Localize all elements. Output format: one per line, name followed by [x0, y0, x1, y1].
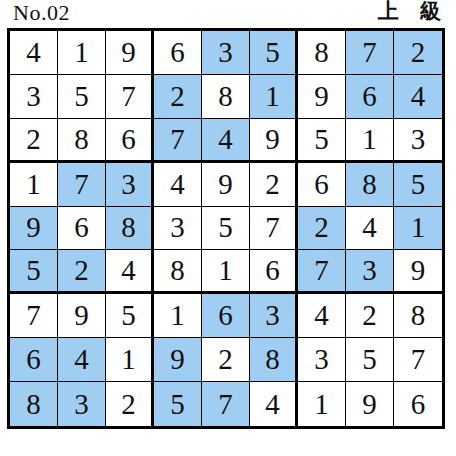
- cell-r6c6[interactable]: 6: [250, 250, 298, 294]
- cell-r2c3[interactable]: 7: [106, 75, 154, 119]
- cell-r8c9[interactable]: 7: [394, 338, 442, 382]
- cell-r1c5[interactable]: 3: [202, 31, 250, 75]
- cell-r1c3[interactable]: 9: [106, 31, 154, 75]
- cell-r8c5[interactable]: 2: [202, 338, 250, 382]
- cell-r2c4[interactable]: 2: [154, 75, 202, 119]
- cell-r5c7[interactable]: 2: [298, 207, 346, 251]
- cell-r9c4[interactable]: 5: [154, 382, 202, 426]
- cell-r9c7[interactable]: 1: [298, 382, 346, 426]
- cell-r4c4[interactable]: 4: [154, 163, 202, 207]
- cell-r8c2[interactable]: 4: [58, 338, 106, 382]
- cell-r3c5[interactable]: 4: [202, 119, 250, 163]
- cell-r5c6[interactable]: 7: [250, 207, 298, 251]
- cell-r8c7[interactable]: 3: [298, 338, 346, 382]
- sudoku-page: No.02 上 級 419635872357281964286749513173…: [0, 0, 456, 456]
- cell-r2c7[interactable]: 9: [298, 75, 346, 119]
- cell-r9c5[interactable]: 7: [202, 382, 250, 426]
- cell-r6c5[interactable]: 1: [202, 250, 250, 294]
- cell-r9c8[interactable]: 9: [346, 382, 394, 426]
- cell-r7c7[interactable]: 4: [298, 294, 346, 338]
- cell-r8c8[interactable]: 5: [346, 338, 394, 382]
- cell-r8c1[interactable]: 6: [10, 338, 58, 382]
- cell-r4c8[interactable]: 8: [346, 163, 394, 207]
- cell-r3c7[interactable]: 5: [298, 119, 346, 163]
- cell-r4c5[interactable]: 9: [202, 163, 250, 207]
- cell-r7c1[interactable]: 7: [10, 294, 58, 338]
- cell-r7c6[interactable]: 3: [250, 294, 298, 338]
- cell-r9c2[interactable]: 3: [58, 382, 106, 426]
- cell-r5c5[interactable]: 5: [202, 207, 250, 251]
- cell-r4c7[interactable]: 6: [298, 163, 346, 207]
- cell-r6c3[interactable]: 4: [106, 250, 154, 294]
- cell-r1c9[interactable]: 2: [394, 31, 442, 75]
- cell-r6c9[interactable]: 9: [394, 250, 442, 294]
- cell-r3c6[interactable]: 9: [250, 119, 298, 163]
- cell-r1c7[interactable]: 8: [298, 31, 346, 75]
- cell-r7c3[interactable]: 5: [106, 294, 154, 338]
- cell-r7c4[interactable]: 1: [154, 294, 202, 338]
- difficulty-label: 上 級: [378, 0, 441, 25]
- cell-r1c8[interactable]: 7: [346, 31, 394, 75]
- cell-r9c9[interactable]: 6: [394, 382, 442, 426]
- cell-r6c8[interactable]: 3: [346, 250, 394, 294]
- cell-r5c4[interactable]: 3: [154, 207, 202, 251]
- cell-r3c9[interactable]: 3: [394, 119, 442, 163]
- cell-r6c2[interactable]: 2: [58, 250, 106, 294]
- cell-r8c6[interactable]: 8: [250, 338, 298, 382]
- header: No.02 上 級: [0, 0, 456, 28]
- cell-r2c1[interactable]: 3: [10, 75, 58, 119]
- cell-r6c4[interactable]: 8: [154, 250, 202, 294]
- cell-r1c2[interactable]: 1: [58, 31, 106, 75]
- cell-r4c3[interactable]: 3: [106, 163, 154, 207]
- puzzle-number-label: No.02: [13, 0, 70, 26]
- cell-r3c3[interactable]: 6: [106, 119, 154, 163]
- cell-r9c1[interactable]: 8: [10, 382, 58, 426]
- cell-r5c9[interactable]: 1: [394, 207, 442, 251]
- cell-r7c2[interactable]: 9: [58, 294, 106, 338]
- cell-r2c6[interactable]: 1: [250, 75, 298, 119]
- cell-r7c9[interactable]: 8: [394, 294, 442, 338]
- cell-r2c5[interactable]: 8: [202, 75, 250, 119]
- cell-r3c2[interactable]: 8: [58, 119, 106, 163]
- cell-r5c2[interactable]: 6: [58, 207, 106, 251]
- cell-r4c1[interactable]: 1: [10, 163, 58, 207]
- cell-r2c2[interactable]: 5: [58, 75, 106, 119]
- cell-r2c8[interactable]: 6: [346, 75, 394, 119]
- cell-r3c4[interactable]: 7: [154, 119, 202, 163]
- cell-r1c4[interactable]: 6: [154, 31, 202, 75]
- cell-r6c7[interactable]: 7: [298, 250, 346, 294]
- cell-r4c6[interactable]: 2: [250, 163, 298, 207]
- cell-r2c9[interactable]: 4: [394, 75, 442, 119]
- cell-r5c8[interactable]: 4: [346, 207, 394, 251]
- cell-r3c8[interactable]: 1: [346, 119, 394, 163]
- cell-r1c1[interactable]: 4: [10, 31, 58, 75]
- cell-r5c3[interactable]: 8: [106, 207, 154, 251]
- cell-r7c8[interactable]: 2: [346, 294, 394, 338]
- cell-r4c9[interactable]: 5: [394, 163, 442, 207]
- cell-r5c1[interactable]: 9: [10, 207, 58, 251]
- cell-r4c2[interactable]: 7: [58, 163, 106, 207]
- cell-r6c1[interactable]: 5: [10, 250, 58, 294]
- sudoku-grid: 4196358723572819642867495131734926859683…: [7, 28, 445, 429]
- cell-r8c3[interactable]: 1: [106, 338, 154, 382]
- cell-r1c6[interactable]: 5: [250, 31, 298, 75]
- cell-r9c6[interactable]: 4: [250, 382, 298, 426]
- cell-r9c3[interactable]: 2: [106, 382, 154, 426]
- cell-r7c5[interactable]: 6: [202, 294, 250, 338]
- cell-r8c4[interactable]: 9: [154, 338, 202, 382]
- cell-r3c1[interactable]: 2: [10, 119, 58, 163]
